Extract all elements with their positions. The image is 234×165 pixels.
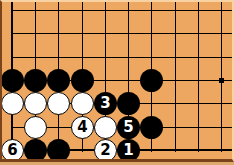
go-diagram: 345621	[0, 0, 234, 165]
stone-black	[117, 92, 140, 115]
stone-black	[140, 69, 163, 92]
grid-line-horizontal	[11, 57, 232, 58]
stone-white	[24, 116, 47, 139]
move-4-stone-white: 4	[71, 116, 94, 139]
grid-line-horizontal	[11, 10, 232, 11]
move-number-label: 1	[123, 143, 133, 158]
frame-bottom-strip	[0, 162, 234, 165]
stone-white	[47, 92, 70, 115]
stone-black	[71, 69, 94, 92]
stone-white	[94, 116, 117, 139]
move-number-label: 2	[100, 143, 110, 158]
move-number-label: 6	[7, 143, 17, 158]
grid-line-vertical	[175, 2, 176, 152]
grid-line-vertical	[221, 2, 222, 152]
stone-white	[2, 92, 24, 115]
stone-black	[24, 69, 47, 92]
stone-white	[24, 92, 47, 115]
stone-white	[71, 92, 94, 115]
stone-black	[140, 116, 163, 139]
move-5-stone-black: 5	[117, 116, 140, 139]
grid-line-horizontal	[11, 33, 232, 34]
move-number-label: 5	[123, 120, 133, 135]
stone-black	[47, 139, 70, 159]
stone-black	[2, 69, 24, 92]
diagram-frame: 345621	[0, 0, 234, 162]
grid-line-vertical	[198, 2, 199, 152]
move-3-stone-black: 3	[94, 92, 117, 115]
stone-black	[47, 69, 70, 92]
move-number-label: 3	[100, 96, 110, 111]
star-point	[219, 78, 224, 83]
go-board: 345621	[2, 2, 232, 159]
move-number-label: 4	[77, 120, 87, 135]
stone-black	[24, 139, 47, 159]
move-1-stone-black: 1	[117, 139, 140, 159]
move-2-stone-white: 2	[94, 139, 117, 159]
move-6-stone-white: 6	[2, 139, 24, 159]
